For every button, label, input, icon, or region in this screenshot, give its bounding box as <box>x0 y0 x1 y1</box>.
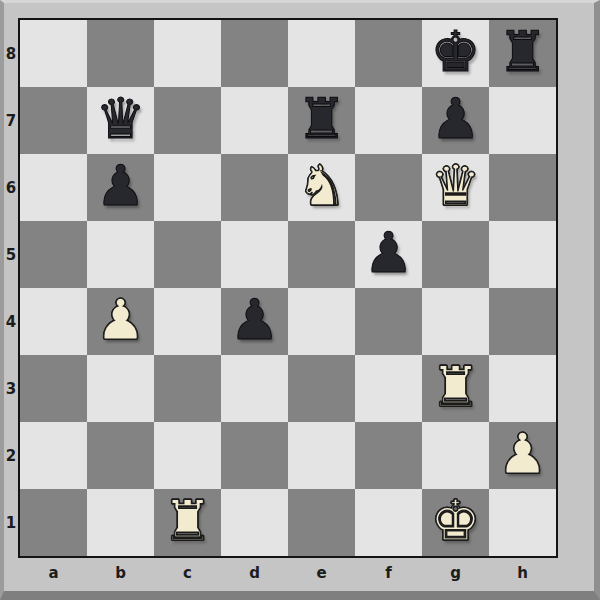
piece-white-pawn[interactable]: ♟ <box>497 426 547 482</box>
piece-white-king[interactable]: ♚ <box>430 493 480 549</box>
file-label-d: d <box>221 558 288 588</box>
square-d3[interactable] <box>221 355 288 422</box>
piece-white-rook[interactable]: ♜ <box>162 493 212 549</box>
square-h7[interactable] <box>489 87 556 154</box>
square-g8[interactable]: ♚ <box>422 20 489 87</box>
square-b1[interactable] <box>87 489 154 556</box>
square-a2[interactable] <box>20 422 87 489</box>
piece-black-king[interactable]: ♚ <box>430 24 480 80</box>
square-h8[interactable]: ♜ <box>489 20 556 87</box>
rank-label-4: 4 <box>4 288 18 355</box>
rank-labels: 87654321 <box>4 20 18 556</box>
piece-black-pawn[interactable]: ♟ <box>229 292 279 348</box>
square-c2[interactable] <box>154 422 221 489</box>
square-d2[interactable] <box>221 422 288 489</box>
square-f7[interactable] <box>355 87 422 154</box>
chess-board: ♚♜♛♜♟♟♞♛♟♟♟♜♟♜♚ <box>18 18 558 558</box>
square-a8[interactable] <box>20 20 87 87</box>
piece-white-queen[interactable]: ♛ <box>430 158 480 214</box>
square-f3[interactable] <box>355 355 422 422</box>
square-g7[interactable]: ♟ <box>422 87 489 154</box>
rank-label-6: 6 <box>4 154 18 221</box>
piece-white-pawn[interactable]: ♟ <box>95 292 145 348</box>
square-c3[interactable] <box>154 355 221 422</box>
square-c8[interactable] <box>154 20 221 87</box>
square-h5[interactable] <box>489 221 556 288</box>
piece-white-rook[interactable]: ♜ <box>430 359 480 415</box>
square-g3[interactable]: ♜ <box>422 355 489 422</box>
file-label-g: g <box>422 558 489 588</box>
square-d4[interactable]: ♟ <box>221 288 288 355</box>
square-h3[interactable] <box>489 355 556 422</box>
piece-black-pawn[interactable]: ♟ <box>95 158 145 214</box>
piece-black-queen[interactable]: ♛ <box>95 91 145 147</box>
square-d8[interactable] <box>221 20 288 87</box>
square-f4[interactable] <box>355 288 422 355</box>
square-h6[interactable] <box>489 154 556 221</box>
square-d5[interactable] <box>221 221 288 288</box>
square-e8[interactable] <box>288 20 355 87</box>
square-e1[interactable] <box>288 489 355 556</box>
square-b2[interactable] <box>87 422 154 489</box>
piece-black-rook[interactable]: ♜ <box>497 24 547 80</box>
square-a7[interactable] <box>20 87 87 154</box>
square-f2[interactable] <box>355 422 422 489</box>
file-label-b: b <box>87 558 154 588</box>
square-b3[interactable] <box>87 355 154 422</box>
square-c7[interactable] <box>154 87 221 154</box>
square-f8[interactable] <box>355 20 422 87</box>
square-g2[interactable] <box>422 422 489 489</box>
square-e3[interactable] <box>288 355 355 422</box>
square-b4[interactable]: ♟ <box>87 288 154 355</box>
square-e4[interactable] <box>288 288 355 355</box>
square-f5[interactable]: ♟ <box>355 221 422 288</box>
file-label-f: f <box>355 558 422 588</box>
square-e7[interactable]: ♜ <box>288 87 355 154</box>
square-e5[interactable] <box>288 221 355 288</box>
square-a6[interactable] <box>20 154 87 221</box>
square-a5[interactable] <box>20 221 87 288</box>
square-f1[interactable] <box>355 489 422 556</box>
square-a4[interactable] <box>20 288 87 355</box>
board-frame: 87654321 ♚♜♛♜♟♟♞♛♟♟♟♜♟♜♚ abcdefgh <box>0 0 600 600</box>
square-c1[interactable]: ♜ <box>154 489 221 556</box>
piece-black-pawn[interactable]: ♟ <box>363 225 413 281</box>
piece-black-pawn[interactable]: ♟ <box>430 91 480 147</box>
square-g1[interactable]: ♚ <box>422 489 489 556</box>
square-d7[interactable] <box>221 87 288 154</box>
square-h2[interactable]: ♟ <box>489 422 556 489</box>
file-label-a: a <box>20 558 87 588</box>
file-label-c: c <box>154 558 221 588</box>
square-g4[interactable] <box>422 288 489 355</box>
rank-label-8: 8 <box>4 20 18 87</box>
square-h4[interactable] <box>489 288 556 355</box>
square-a1[interactable] <box>20 489 87 556</box>
square-d6[interactable] <box>221 154 288 221</box>
square-b6[interactable]: ♟ <box>87 154 154 221</box>
square-e6[interactable]: ♞ <box>288 154 355 221</box>
square-c5[interactable] <box>154 221 221 288</box>
piece-black-rook[interactable]: ♜ <box>296 91 346 147</box>
piece-white-knight[interactable]: ♞ <box>296 158 346 214</box>
rank-label-7: 7 <box>4 87 18 154</box>
file-labels: abcdefgh <box>20 558 556 588</box>
rank-label-2: 2 <box>4 422 18 489</box>
square-g6[interactable]: ♛ <box>422 154 489 221</box>
square-c6[interactable] <box>154 154 221 221</box>
rank-label-3: 3 <box>4 355 18 422</box>
square-a3[interactable] <box>20 355 87 422</box>
square-e2[interactable] <box>288 422 355 489</box>
square-h1[interactable] <box>489 489 556 556</box>
square-b7[interactable]: ♛ <box>87 87 154 154</box>
square-g5[interactable] <box>422 221 489 288</box>
square-b5[interactable] <box>87 221 154 288</box>
square-c4[interactable] <box>154 288 221 355</box>
square-f6[interactable] <box>355 154 422 221</box>
file-label-e: e <box>288 558 355 588</box>
square-d1[interactable] <box>221 489 288 556</box>
file-label-h: h <box>489 558 556 588</box>
square-b8[interactable] <box>87 20 154 87</box>
rank-label-5: 5 <box>4 221 18 288</box>
rank-label-1: 1 <box>4 489 18 556</box>
